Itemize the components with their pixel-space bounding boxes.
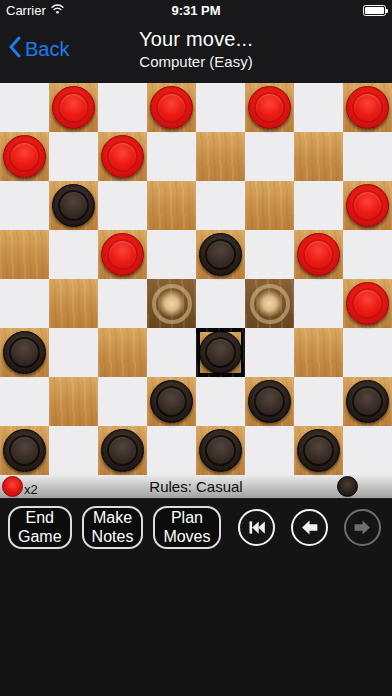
back-chevron-icon [8,36,21,63]
end-game-label-2: Game [18,528,62,546]
red-piece[interactable] [101,233,144,276]
square-6-7[interactable] [343,377,392,426]
black-piece[interactable] [199,429,242,472]
red-captured-count: x2 [24,482,38,497]
wifi-icon [50,3,65,18]
square-2-6 [294,181,343,230]
square-2-0 [0,181,49,230]
red-piece[interactable] [346,184,389,227]
square-3-0[interactable] [0,230,49,279]
status-bar: Carrier 9:31 PM [0,0,392,20]
carrier-label: Carrier [6,3,46,18]
square-5-0[interactable] [0,328,49,377]
square-4-6 [294,279,343,328]
red-piece[interactable] [101,135,144,178]
square-3-4[interactable] [196,230,245,279]
red-piece[interactable] [346,86,389,129]
square-0-2 [98,83,147,132]
square-5-1 [49,328,98,377]
black-piece[interactable] [346,380,389,423]
red-piece[interactable] [52,86,95,129]
square-6-0 [0,377,49,426]
square-2-7[interactable] [343,181,392,230]
square-1-2[interactable] [98,132,147,181]
clock: 9:31 PM [171,3,220,18]
capture-info-bar: x2 Rules: Casual [0,475,392,499]
black-piece[interactable] [199,233,242,276]
square-4-4 [196,279,245,328]
black-piece[interactable] [52,184,95,227]
black-piece[interactable] [199,331,242,374]
plan-moves-label-2: Moves [163,528,210,546]
square-0-7[interactable] [343,83,392,132]
square-1-6[interactable] [294,132,343,181]
red-piece[interactable] [248,86,291,129]
back-label: Back [25,38,69,61]
black-piece[interactable] [101,429,144,472]
square-0-1[interactable] [49,83,98,132]
square-0-0 [0,83,49,132]
square-5-7 [343,328,392,377]
move-target-indicator [250,284,290,324]
square-7-7 [343,426,392,475]
square-7-6[interactable] [294,426,343,475]
end-game-label-1: End [26,509,54,527]
black-piece[interactable] [150,380,193,423]
plan-moves-button[interactable]: Plan Moves [153,506,220,549]
square-5-2[interactable] [98,328,147,377]
square-7-0[interactable] [0,426,49,475]
back-button[interactable]: Back [8,36,69,63]
make-notes-label-1: Make [93,509,132,527]
square-3-5 [245,230,294,279]
square-4-3[interactable] [147,279,196,328]
square-0-6 [294,83,343,132]
square-3-3 [147,230,196,279]
nav-bar: Back Your move... Computer (Easy) [0,20,392,83]
black-piece[interactable] [3,429,46,472]
square-6-1[interactable] [49,377,98,426]
square-5-4[interactable] [196,328,245,377]
square-3-1 [49,230,98,279]
square-1-1 [49,132,98,181]
redo-move-button[interactable] [344,509,381,546]
black-piece[interactable] [248,380,291,423]
square-1-4[interactable] [196,132,245,181]
square-3-2[interactable] [98,230,147,279]
square-1-0[interactable] [0,132,49,181]
square-2-5[interactable] [245,181,294,230]
black-piece[interactable] [297,429,340,472]
square-6-2 [98,377,147,426]
square-2-1[interactable] [49,181,98,230]
square-5-5 [245,328,294,377]
square-4-1[interactable] [49,279,98,328]
black-piece[interactable] [3,331,46,374]
make-notes-button[interactable]: Make Notes [82,506,144,549]
square-2-4 [196,181,245,230]
red-piece[interactable] [3,135,46,178]
rules-label: Rules: Casual [149,478,242,495]
square-3-7 [343,230,392,279]
square-7-2[interactable] [98,426,147,475]
checkers-board [0,83,392,475]
battery-icon [363,5,386,16]
square-6-6 [294,377,343,426]
arrow-right-icon [352,517,373,538]
make-notes-label-2: Notes [92,528,134,546]
red-captured-icon [2,476,23,497]
square-1-3 [147,132,196,181]
square-7-4[interactable] [196,426,245,475]
square-1-5 [245,132,294,181]
arrow-left-icon [299,517,320,538]
plan-moves-label-1: Plan [171,509,203,527]
square-5-6[interactable] [294,328,343,377]
square-5-3 [147,328,196,377]
square-6-3[interactable] [147,377,196,426]
move-target-indicator [152,284,192,324]
square-2-3[interactable] [147,181,196,230]
skip-to-start-icon [246,517,267,538]
red-piece[interactable] [346,282,389,325]
square-4-0 [0,279,49,328]
square-1-7 [343,132,392,181]
black-captured-icon [337,476,358,497]
square-7-5 [245,426,294,475]
square-7-3 [147,426,196,475]
skip-to-start-button[interactable] [238,509,275,546]
end-game-button[interactable]: End Game [8,506,72,549]
history-controls [238,509,384,546]
square-4-5[interactable] [245,279,294,328]
undo-move-button[interactable] [291,509,328,546]
square-2-2 [98,181,147,230]
square-6-4 [196,377,245,426]
square-4-7[interactable] [343,279,392,328]
square-6-5[interactable] [245,377,294,426]
square-0-4 [196,83,245,132]
square-4-2 [98,279,147,328]
square-0-3[interactable] [147,83,196,132]
square-0-5[interactable] [245,83,294,132]
app-screen: Carrier 9:31 PM Back Your move... Comput… [0,0,392,696]
square-7-1 [49,426,98,475]
red-piece[interactable] [297,233,340,276]
controls-area: End Game Make Notes Plan Moves [0,499,392,696]
red-piece[interactable] [150,86,193,129]
square-3-6[interactable] [294,230,343,279]
